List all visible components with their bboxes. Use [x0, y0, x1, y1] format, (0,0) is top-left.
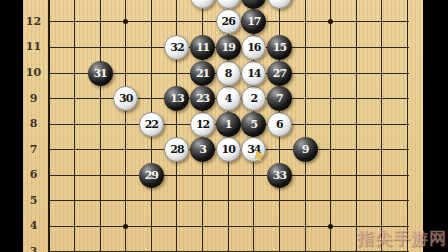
stone-number: 2: [250, 86, 257, 111]
stone-33-black[interactable]: 33: [267, 163, 292, 188]
stone-number: 31: [93, 61, 106, 86]
stone-number: 19: [222, 35, 235, 60]
stone-11-black[interactable]: 11: [190, 35, 215, 60]
gomoku-board[interactable]: 1211109876543 12345678910111213141516171…: [23, 0, 423, 252]
stone-32-white[interactable]: 32: [164, 35, 189, 60]
stone-number: 33: [273, 163, 286, 188]
stone-6-white[interactable]: 6: [267, 112, 292, 137]
stone-23-black[interactable]: 23: [190, 86, 215, 111]
row-label-11: 11: [23, 41, 44, 53]
stone-number: 28: [170, 137, 183, 162]
stone-21-black[interactable]: 21: [190, 61, 215, 86]
row-label-6: 6: [23, 169, 44, 181]
grid-col-14: [381, 0, 382, 252]
stone-number: 6: [276, 112, 283, 137]
row-label-12: 12: [23, 16, 44, 28]
stone-2-white[interactable]: 2: [241, 86, 266, 111]
stone-31-black[interactable]: 31: [88, 61, 113, 86]
grid-col-13: [356, 0, 357, 252]
stone-number: 7: [276, 86, 283, 111]
stone-1-black[interactable]: 1: [216, 112, 241, 137]
row-label-3: 3: [23, 246, 44, 252]
stone-number: 11: [196, 35, 209, 60]
stone-number: 14: [247, 61, 260, 86]
grid-col-2: [74, 0, 75, 252]
stone-17-black[interactable]: 17: [241, 9, 266, 34]
stone-7-black[interactable]: 7: [267, 86, 292, 111]
stone-number: 32: [170, 35, 183, 60]
row-label-10: 10: [23, 67, 44, 79]
stone-14-white[interactable]: 14: [241, 61, 266, 86]
stone-30-white[interactable]: 30: [113, 86, 138, 111]
stone-5-black[interactable]: 5: [241, 112, 266, 137]
stone-number: 18: [196, 0, 209, 9]
row-label-8: 8: [23, 118, 44, 130]
stone-3-black[interactable]: 3: [190, 137, 215, 162]
stone-number: 10: [222, 137, 235, 162]
stone-24-white[interactable]: 24: [267, 0, 292, 9]
stone-number: 3: [199, 137, 206, 162]
stone-18-white[interactable]: 18: [190, 0, 215, 9]
left-letterbox: [0, 0, 23, 252]
stone-number: 5: [250, 112, 257, 137]
stone-10-white[interactable]: 10: [216, 137, 241, 162]
stone-15-black[interactable]: 15: [267, 35, 292, 60]
stone-26-white[interactable]: 26: [216, 9, 241, 34]
star-point-4-4: [123, 224, 128, 229]
stone-number: 20: [222, 0, 235, 9]
stone-number: 30: [119, 86, 132, 111]
star-point-4-12: [123, 19, 128, 24]
grid-row-4: [49, 226, 409, 227]
stone-16-white[interactable]: 16: [241, 35, 266, 60]
game-screenshot: 1211109876543 12345678910111213141516171…: [0, 0, 448, 252]
stone-number: 27: [273, 61, 286, 86]
stone-number: 29: [145, 163, 158, 188]
grid-col-1: [48, 0, 50, 252]
stone-number: 16: [247, 35, 260, 60]
stone-number: 24: [273, 0, 286, 9]
grid-col-3: [100, 0, 101, 252]
stone-number: 12: [196, 112, 209, 137]
stone-19-black[interactable]: 19: [216, 35, 241, 60]
stone-27-black[interactable]: 27: [267, 61, 292, 86]
row-label-7: 7: [23, 144, 44, 156]
stone-29-black[interactable]: 29: [139, 163, 164, 188]
stone-number: 21: [196, 61, 209, 86]
stone-34-white[interactable]: 34: [241, 137, 266, 162]
stone-9-black[interactable]: 9: [293, 137, 318, 162]
grid-col-4: [125, 0, 126, 252]
right-letterbox: [423, 0, 448, 252]
stone-number: 22: [145, 112, 158, 137]
stone-28-white[interactable]: 28: [164, 137, 189, 162]
star-point-12-12: [328, 19, 333, 24]
grid-col-15: [407, 0, 408, 252]
stone-4-white[interactable]: 4: [216, 86, 241, 111]
stone-number: 9: [302, 137, 309, 162]
stone-number: 17: [247, 9, 260, 34]
stone-number: 1: [225, 112, 232, 137]
stone-number: 15: [273, 35, 286, 60]
stone-number: 8: [225, 61, 232, 86]
stone-number: 26: [222, 9, 235, 34]
site-watermark: 指尖手游网: [357, 227, 447, 250]
stone-number: 25: [247, 0, 260, 9]
stone-8-white[interactable]: 8: [216, 61, 241, 86]
row-label-4: 4: [23, 220, 44, 232]
stone-20-white[interactable]: 20: [216, 0, 241, 9]
grid-row-6: [49, 175, 409, 176]
stone-25-black[interactable]: 25: [241, 0, 266, 9]
grid-col-11: [305, 0, 306, 252]
stone-number: 4: [225, 86, 232, 111]
stone-number: 23: [196, 86, 209, 111]
star-point-12-4: [328, 224, 333, 229]
stone-12-white[interactable]: 12: [190, 112, 215, 137]
stone-number: 13: [170, 86, 183, 111]
grid-row-5: [49, 200, 409, 201]
stone-22-white[interactable]: 22: [139, 112, 164, 137]
row-label-5: 5: [23, 195, 44, 207]
stone-13-black[interactable]: 13: [164, 86, 189, 111]
row-label-9: 9: [23, 93, 44, 105]
grid-col-12: [330, 0, 331, 252]
